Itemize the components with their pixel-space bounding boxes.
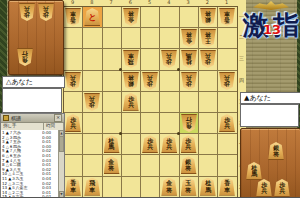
square-6-8[interactable] xyxy=(122,155,141,176)
hoshi-dot xyxy=(177,132,180,135)
square-9-4[interactable]: 歩兵 xyxy=(64,71,83,92)
square-7-8[interactable]: 金将 xyxy=(103,155,122,176)
piece-金将-sente[interactable]: 金将 xyxy=(161,178,177,196)
kifu-move-row[interactable]: 13 ▲５八金左0:03 xyxy=(1,185,59,190)
square-2-9[interactable]: 桂馬 xyxy=(199,177,218,198)
kifu-col-time: 時間 xyxy=(44,123,64,130)
piece-歩兵-sente[interactable]: 歩兵 xyxy=(274,179,290,197)
piece-香車-gote[interactable]: 香車 xyxy=(219,8,235,26)
square-2-6[interactable] xyxy=(199,113,218,134)
logo-version-badge: 13 xyxy=(263,22,281,37)
square-8-7[interactable] xyxy=(83,134,102,155)
piece-銀将-gote[interactable]: 銀将 xyxy=(123,72,139,90)
shogi-board: 香車と金将銀将香車金将王将飛車歩兵桂馬歩兵歩兵銀将歩兵歩兵歩兵歩兵歩兵歩兵角行歩… xyxy=(62,0,246,197)
square-7-2[interactable] xyxy=(103,28,122,49)
square-4-4[interactable] xyxy=(160,71,179,92)
piece-歩兵-gote[interactable]: 歩兵 xyxy=(19,3,35,21)
square-6-3[interactable]: 飛車 xyxy=(122,49,141,70)
square-1-5[interactable] xyxy=(218,92,237,113)
square-4-8[interactable] xyxy=(160,155,179,176)
square-5-4[interactable]: 歩兵 xyxy=(141,71,160,92)
piece-歩兵-gote[interactable]: 歩兵 xyxy=(142,72,158,90)
kifu-titlebar[interactable]: 棋譜 × xyxy=(1,114,64,123)
square-3-7[interactable]: 歩兵 xyxy=(180,134,199,155)
square-5-5[interactable] xyxy=(141,92,160,113)
sente-info-box xyxy=(240,104,299,127)
kifu-move-row[interactable]: 6 △８五歩0:01 xyxy=(1,153,59,158)
piece-歩兵-gote[interactable]: 歩兵 xyxy=(38,3,54,21)
square-4-7[interactable]: 歩兵 xyxy=(160,134,179,155)
piece-飛車-sente[interactable]: 飛車 xyxy=(84,178,100,196)
square-7-7[interactable]: 桂馬 xyxy=(103,134,122,155)
piece-歩兵-gote[interactable]: 歩兵 xyxy=(200,50,216,68)
square-9-3[interactable] xyxy=(64,49,83,70)
square-4-1[interactable] xyxy=(160,7,179,28)
piece-歩兵-sente[interactable]: 歩兵 xyxy=(181,135,197,153)
piece-歩兵-sente[interactable]: 歩兵 xyxy=(219,114,235,132)
file-label-8: 8 xyxy=(82,0,101,5)
square-7-4[interactable] xyxy=(103,71,122,92)
square-4-5[interactable] xyxy=(160,92,179,113)
piece-歩兵-sente[interactable]: 歩兵 xyxy=(123,93,139,111)
square-5-2[interactable] xyxy=(141,28,160,49)
square-7-1[interactable] xyxy=(103,7,122,28)
square-8-4[interactable] xyxy=(83,71,102,92)
board-grid: 香車と金将銀将香車金将王将飛車歩兵桂馬歩兵歩兵銀将歩兵歩兵歩兵歩兵歩兵歩兵角行歩… xyxy=(63,6,238,197)
square-6-9[interactable] xyxy=(122,177,141,198)
piece-金将-sente[interactable]: 金将 xyxy=(104,156,120,174)
piece-桂馬-gote[interactable]: 桂馬 xyxy=(181,50,197,68)
square-6-4[interactable]: 銀将 xyxy=(122,71,141,92)
kifu-move-row[interactable]: 11 ▲３九玉0:04 xyxy=(1,176,59,181)
kifu-move-row[interactable]: 15 ▲９六歩0:02 xyxy=(1,194,59,197)
square-7-5[interactable] xyxy=(103,92,122,113)
file-label-2: 2 xyxy=(198,0,217,5)
kifu-window-icon xyxy=(3,115,9,121)
piece-銀将-sente[interactable]: 銀将 xyxy=(181,156,197,174)
piece-角行-gote[interactable]: 角行 xyxy=(17,48,33,66)
piece-香車-sente[interactable]: 香車 xyxy=(219,178,235,196)
square-9-8[interactable] xyxy=(64,155,83,176)
sente-name-label: ▲あなた xyxy=(244,94,271,102)
file-label-7: 7 xyxy=(102,0,121,5)
sente-captured-tray[interactable]: 銀将桂馬歩兵歩兵 xyxy=(240,128,300,197)
kifu-move-row[interactable]: 3 ▲７五歩0:01 xyxy=(1,139,59,144)
close-icon[interactable]: × xyxy=(54,114,62,122)
square-2-4[interactable] xyxy=(199,71,218,92)
square-3-2[interactable]: 金将 xyxy=(180,28,199,49)
square-3-1[interactable] xyxy=(180,7,199,28)
square-1-9[interactable]: 香車 xyxy=(218,177,237,198)
piece-歩兵-gote[interactable]: 歩兵 xyxy=(65,72,81,90)
shogi-app-window: 歩兵歩兵角行 △あなた 棋譜 × 指し手 時間 1 ▲７六歩0:002 △３四歩… xyxy=(0,0,300,197)
piece-飛車-gote[interactable]: 飛車 xyxy=(123,50,139,68)
square-3-8[interactable]: 銀将 xyxy=(180,155,199,176)
piece-銀将-sente[interactable]: 銀将 xyxy=(268,142,284,160)
square-2-5[interactable] xyxy=(199,92,218,113)
gekisashi-logo: 激 指 13 xyxy=(243,0,299,64)
rank-label-4: 四 xyxy=(239,77,244,83)
piece-桂馬-sente[interactable]: 桂馬 xyxy=(104,135,120,153)
square-2-3[interactable]: 歩兵 xyxy=(199,49,218,70)
kifu-move-list[interactable]: 1 ▲７六歩0:002 △３四歩0:003 ▲７五歩0:014 △８四歩0:00… xyxy=(1,130,59,197)
square-6-2[interactable] xyxy=(122,28,141,49)
square-8-3[interactable] xyxy=(83,49,102,70)
square-1-2[interactable] xyxy=(218,28,237,49)
square-3-9[interactable]: 玉将 xyxy=(180,177,199,198)
kifu-window: 棋譜 × 指し手 時間 1 ▲７六歩0:002 △３四歩0:003 ▲７五歩0:… xyxy=(0,113,65,197)
file-label-5: 5 xyxy=(140,0,159,5)
sente-name-bar: ▲あなた xyxy=(240,92,300,104)
piece-歩兵-gote[interactable]: 歩兵 xyxy=(161,50,177,68)
square-8-2[interactable] xyxy=(83,28,102,49)
square-1-7[interactable] xyxy=(218,134,237,155)
piece-金将-gote[interactable]: 金将 xyxy=(123,8,139,26)
piece-香車-gote[interactable]: 香車 xyxy=(65,8,81,26)
square-8-6[interactable] xyxy=(83,113,102,134)
kifu-window-title: 棋譜 xyxy=(11,115,52,121)
square-1-8[interactable] xyxy=(218,155,237,176)
piece-歩兵-gote[interactable]: 歩兵 xyxy=(219,72,235,90)
piece-桂馬-sente[interactable]: 桂馬 xyxy=(200,178,216,196)
file-label-4: 4 xyxy=(159,0,178,5)
square-6-5[interactable]: 歩兵 xyxy=(122,92,141,113)
square-7-6[interactable] xyxy=(103,113,122,134)
square-2-8[interactable] xyxy=(199,155,218,176)
kifu-col-move: 指し手 xyxy=(1,123,44,130)
file-label-3: 3 xyxy=(179,0,198,5)
square-2-2[interactable]: 王将 xyxy=(199,28,218,49)
square-1-1[interactable]: 香車 xyxy=(218,7,237,28)
square-4-6[interactable] xyxy=(160,113,179,134)
square-8-8[interactable] xyxy=(83,155,102,176)
gote-name-label: △あなた xyxy=(6,78,33,86)
square-8-1[interactable]: と xyxy=(83,7,102,28)
piece-歩兵-sente[interactable]: 歩兵 xyxy=(65,114,81,132)
square-3-3[interactable]: 桂馬 xyxy=(180,49,199,70)
gote-captured-tray[interactable]: 歩兵歩兵角行 xyxy=(8,0,64,75)
hoshi-dot xyxy=(119,132,122,135)
square-5-6[interactable] xyxy=(141,113,160,134)
square-3-6[interactable]: 角行 xyxy=(180,113,199,134)
piece-香車-sente[interactable]: 香車 xyxy=(65,178,81,196)
piece-歩兵-gote[interactable]: 歩兵 xyxy=(181,72,197,90)
square-9-1[interactable]: 香車 xyxy=(64,7,83,28)
square-4-2[interactable] xyxy=(160,28,179,49)
square-2-7[interactable] xyxy=(199,134,218,155)
file-label-6: 6 xyxy=(121,0,140,5)
piece-歩兵-sente[interactable]: 歩兵 xyxy=(256,179,272,197)
file-label-1: 1 xyxy=(217,0,236,5)
square-5-7[interactable]: 歩兵 xyxy=(141,134,160,155)
kifu-move-row[interactable]: 8 △６二銀0:01 xyxy=(1,162,59,167)
piece-玉将-sente[interactable]: 玉将 xyxy=(181,178,197,196)
square-2-1[interactable]: 銀将 xyxy=(199,7,218,28)
square-1-4[interactable]: 歩兵 xyxy=(218,71,237,92)
square-1-6[interactable]: 歩兵 xyxy=(218,113,237,134)
piece-と-sente[interactable]: と xyxy=(84,8,100,26)
square-8-9[interactable]: 飛車 xyxy=(83,177,102,198)
gote-info-box xyxy=(2,88,62,113)
square-5-8[interactable] xyxy=(141,155,160,176)
file-label-9: 9 xyxy=(63,0,82,5)
kifu-move-row[interactable]: 1 ▲７六歩0:00 xyxy=(1,130,59,135)
piece-角行-gote[interactable]: 角行 xyxy=(181,114,197,132)
gote-name-bar: △あなた xyxy=(2,76,65,88)
square-9-6[interactable]: 歩兵 xyxy=(64,113,83,134)
square-5-1[interactable] xyxy=(141,7,160,28)
square-7-9[interactable] xyxy=(103,177,122,198)
scroll-down-icon[interactable]: ▼ xyxy=(59,191,64,197)
square-4-9[interactable]: 金将 xyxy=(160,177,179,198)
square-9-5[interactable] xyxy=(64,92,83,113)
piece-歩兵-sente[interactable]: 歩兵 xyxy=(142,135,158,153)
piece-金将-gote[interactable]: 金将 xyxy=(181,29,197,47)
square-5-3[interactable] xyxy=(141,49,160,70)
piece-銀将-gote[interactable]: 銀将 xyxy=(200,8,216,26)
square-1-3[interactable] xyxy=(218,49,237,70)
square-5-9[interactable] xyxy=(141,177,160,198)
square-9-7[interactable] xyxy=(64,134,83,155)
square-8-5[interactable]: 歩兵 xyxy=(83,92,102,113)
square-9-2[interactable] xyxy=(64,28,83,49)
square-6-7[interactable] xyxy=(122,134,141,155)
square-3-5[interactable] xyxy=(180,92,199,113)
kifu-scrollbar[interactable]: ▲ ▼ xyxy=(58,130,64,197)
piece-歩兵-gote[interactable]: 歩兵 xyxy=(84,93,100,111)
square-3-4[interactable]: 歩兵 xyxy=(180,71,199,92)
square-6-1[interactable]: 金将 xyxy=(122,7,141,28)
scrollbar-thumb[interactable] xyxy=(59,136,64,152)
piece-桂馬-sente[interactable]: 桂馬 xyxy=(246,162,262,180)
square-6-6[interactable] xyxy=(122,113,141,134)
piece-王将-gote[interactable]: 王将 xyxy=(200,29,216,47)
square-9-9[interactable]: 香車 xyxy=(64,177,83,198)
piece-歩兵-sente[interactable]: 歩兵 xyxy=(161,135,177,153)
